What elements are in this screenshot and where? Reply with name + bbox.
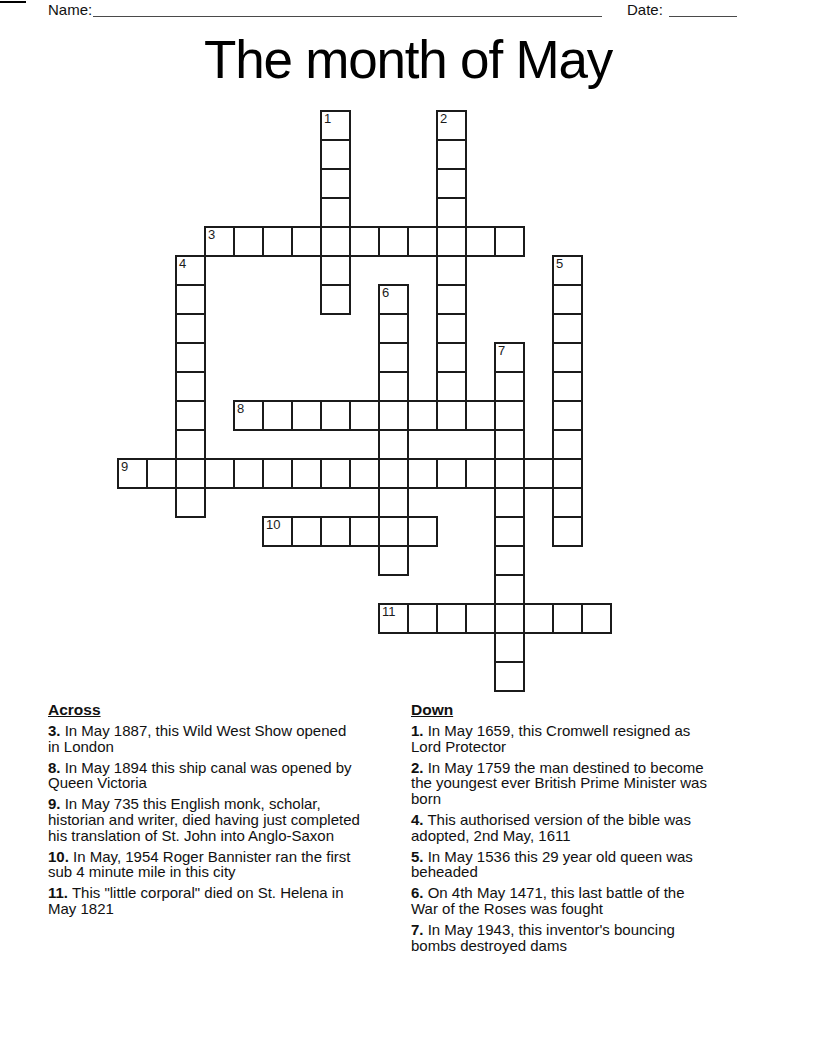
grid-cell[interactable]: [378, 487, 409, 518]
clue-number: 5.: [411, 848, 424, 865]
grid-cell[interactable]: [552, 371, 583, 402]
grid-cell[interactable]: [378, 226, 409, 257]
grid-cell[interactable]: [175, 371, 206, 402]
clue-number-label: 5: [556, 257, 563, 270]
grid-cell[interactable]: [407, 603, 438, 634]
clue-item-across-11: 11. This "little corporal" died on St. H…: [48, 885, 361, 917]
grid-cell[interactable]: [552, 603, 583, 634]
grid-cell[interactable]: [262, 458, 293, 489]
grid-cell[interactable]: [291, 458, 322, 489]
grid-cell[interactable]: [233, 226, 264, 257]
grid-cell[interactable]: [349, 226, 380, 257]
grid-cell[interactable]: 5: [552, 255, 583, 286]
down-heading: Down: [411, 701, 714, 718]
grid-cell[interactable]: [436, 284, 467, 315]
grid-cell[interactable]: [349, 516, 380, 547]
clue-number: 8.: [48, 759, 61, 776]
grid-cell[interactable]: [204, 458, 235, 489]
page-title: The month of May: [0, 31, 816, 89]
grid-cell[interactable]: [320, 255, 351, 286]
grid-cell[interactable]: [465, 603, 496, 634]
grid-cell[interactable]: [436, 458, 467, 489]
across-clues-list: 3. In May 1887, this Wild West Show open…: [48, 723, 361, 917]
clue-number: 9.: [48, 795, 61, 812]
grid-cell[interactable]: [262, 400, 293, 431]
grid-cell[interactable]: [320, 516, 351, 547]
grid-cell[interactable]: [581, 603, 612, 634]
grid-cell[interactable]: [552, 429, 583, 460]
grid-cell[interactable]: 1: [320, 110, 351, 141]
clue-number-label: 6: [382, 286, 389, 299]
date-blank-line[interactable]: [669, 0, 737, 17]
clue-item-down-5: 5. In May 1536 this 29 year old queen wa…: [411, 849, 714, 881]
grid-cell[interactable]: [465, 226, 496, 257]
grid-cell[interactable]: [407, 400, 438, 431]
grid-cell[interactable]: [175, 284, 206, 315]
grid-cell[interactable]: [494, 226, 525, 257]
grid-cell[interactable]: [320, 284, 351, 315]
name-blank-line[interactable]: [93, 0, 602, 17]
grid-cell[interactable]: [494, 458, 525, 489]
clue-item-across-10: 10. In May, 1954 Roger Bannister ran the…: [48, 849, 361, 881]
grid-cell[interactable]: [175, 400, 206, 431]
grid-cell[interactable]: [552, 516, 583, 547]
grid-cell[interactable]: [552, 400, 583, 431]
grid-cell[interactable]: [494, 516, 525, 547]
grid-cell[interactable]: [523, 603, 554, 634]
grid-cell[interactable]: [494, 371, 525, 402]
grid-cell[interactable]: [494, 487, 525, 518]
grid-cell[interactable]: [378, 313, 409, 344]
grid-cell[interactable]: [146, 458, 177, 489]
grid-cell[interactable]: [175, 487, 206, 518]
grid-cell[interactable]: [233, 458, 264, 489]
grid-cell[interactable]: [436, 226, 467, 257]
grid-cell[interactable]: [320, 458, 351, 489]
grid-cell[interactable]: 3: [204, 226, 235, 257]
grid-cell[interactable]: [175, 313, 206, 344]
grid-cell[interactable]: [320, 197, 351, 228]
grid-cell[interactable]: [378, 400, 409, 431]
grid-cell[interactable]: [436, 139, 467, 170]
grid-cell[interactable]: [494, 632, 525, 663]
grid-cell[interactable]: [494, 661, 525, 692]
grid-cell[interactable]: [523, 458, 554, 489]
grid-cell[interactable]: 11: [378, 603, 409, 634]
clue-number-label: 1: [324, 112, 331, 125]
grid-cell[interactable]: [494, 429, 525, 460]
clue-number-label: 2: [440, 112, 447, 125]
scan-artifact-line: [0, 1, 26, 3]
clue-item-down-6: 6. On 4th May 1471, this last battle of …: [411, 885, 714, 917]
clue-number: 2.: [411, 759, 424, 776]
clue-item-down-4: 4. This authorised version of the bible …: [411, 812, 714, 844]
clue-number-label: 10: [266, 518, 280, 531]
clue-number: 7.: [411, 921, 424, 938]
grid-cell[interactable]: 2: [436, 110, 467, 141]
grid-cell[interactable]: [436, 603, 467, 634]
grid-cell[interactable]: [378, 516, 409, 547]
down-clues-section: Down 1. In May 1659, this Cromwell resig…: [411, 701, 714, 958]
clue-item-across-3: 3. In May 1887, this Wild West Show open…: [48, 723, 361, 755]
grid-cell[interactable]: [291, 516, 322, 547]
grid-cell[interactable]: [494, 603, 525, 634]
grid-cell[interactable]: 9: [117, 458, 148, 489]
grid-cell[interactable]: [552, 458, 583, 489]
grid-cell[interactable]: [407, 516, 438, 547]
grid-cell[interactable]: [436, 168, 467, 199]
grid-cell[interactable]: [349, 458, 380, 489]
clue-number-label: 4: [179, 257, 186, 270]
clue-number-label: 9: [121, 460, 128, 473]
clue-number: 6.: [411, 884, 424, 901]
clue-number: 4.: [411, 811, 424, 828]
across-clues-section: Across 3. In May 1887, this Wild West Sh…: [48, 701, 361, 922]
grid-cell[interactable]: [378, 458, 409, 489]
grid-cell[interactable]: [291, 400, 322, 431]
grid-cell[interactable]: [436, 197, 467, 228]
grid-cell[interactable]: [465, 400, 496, 431]
grid-cell[interactable]: [175, 342, 206, 373]
down-clues-list: 1. In May 1659, this Cromwell resigned a…: [411, 723, 714, 953]
grid-cell[interactable]: [378, 545, 409, 576]
worksheet-page: Name: Date: The month of May 12345678910…: [0, 0, 816, 1056]
grid-cell[interactable]: [175, 458, 206, 489]
grid-cell[interactable]: [320, 168, 351, 199]
clue-item-across-9: 9. In May 735 this English monk, scholar…: [48, 796, 361, 843]
grid-cell[interactable]: [436, 400, 467, 431]
grid-cell[interactable]: [436, 371, 467, 402]
grid-cell[interactable]: [552, 342, 583, 373]
grid-cell[interactable]: [378, 429, 409, 460]
grid-cell[interactable]: [378, 371, 409, 402]
clue-number-label: 11: [382, 605, 396, 618]
grid-cell[interactable]: [407, 226, 438, 257]
clue-item-across-8: 8. In May 1894 this ship canal was opene…: [48, 760, 361, 792]
across-heading: Across: [48, 701, 361, 718]
grid-cell[interactable]: [552, 487, 583, 518]
grid-cell[interactable]: [262, 226, 293, 257]
grid-cell[interactable]: [349, 400, 380, 431]
grid-cell[interactable]: [494, 400, 525, 431]
grid-cell[interactable]: [291, 226, 322, 257]
grid-cell[interactable]: [436, 342, 467, 373]
grid-cell[interactable]: [465, 458, 496, 489]
grid-cell[interactable]: [320, 226, 351, 257]
grid-cell[interactable]: [494, 545, 525, 576]
date-label: Date:: [627, 1, 663, 18]
grid-cell[interactable]: [552, 313, 583, 344]
grid-cell[interactable]: [320, 400, 351, 431]
clue-number: 3.: [48, 722, 61, 739]
crossword-grid: 1234567891011: [117, 110, 612, 692]
clue-item-down-7: 7. In May 1943, this inventor's bouncing…: [411, 922, 714, 954]
grid-cell[interactable]: 10: [262, 516, 293, 547]
clue-number: 10.: [48, 848, 69, 865]
grid-cell[interactable]: 6: [378, 284, 409, 315]
grid-cell[interactable]: [552, 284, 583, 315]
grid-cell[interactable]: [494, 574, 525, 605]
grid-cell[interactable]: [436, 255, 467, 286]
clue-item-down-1: 1. In May 1659, this Cromwell resigned a…: [411, 723, 714, 755]
clue-number: 1.: [411, 722, 424, 739]
name-label: Name:: [48, 1, 92, 18]
clue-number-label: 8: [237, 402, 244, 415]
grid-cell[interactable]: [320, 139, 351, 170]
grid-cell[interactable]: 7: [494, 342, 525, 373]
clue-number: 11.: [48, 884, 68, 901]
grid-cell[interactable]: 8: [233, 400, 264, 431]
grid-cell[interactable]: [378, 342, 409, 373]
grid-cell[interactable]: [436, 313, 467, 344]
grid-cell[interactable]: [407, 458, 438, 489]
grid-cell[interactable]: 4: [175, 255, 206, 286]
clue-number-label: 3: [208, 228, 215, 241]
clue-item-down-2: 2. In May 1759 the man destined to becom…: [411, 760, 714, 807]
clue-number-label: 7: [498, 344, 505, 357]
grid-cell[interactable]: [175, 429, 206, 460]
